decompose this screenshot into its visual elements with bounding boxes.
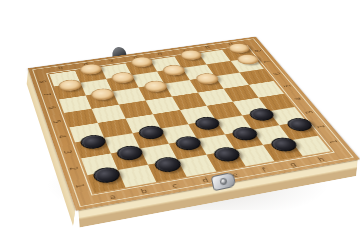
black-checker-e3[interactable] bbox=[192, 115, 222, 131]
square-b5[interactable] bbox=[92, 105, 126, 123]
square-g1[interactable] bbox=[263, 140, 303, 161]
rank-labels-left-6: 6 bbox=[36, 101, 67, 115]
black-checker-e1[interactable] bbox=[210, 145, 242, 163]
clasp-pin-icon bbox=[219, 177, 227, 185]
rank-labels-left-8: 8 bbox=[28, 75, 58, 88]
rank-labels-right-8: 8 bbox=[244, 45, 274, 56]
checkers-board: abcdefgh abcdefgh 87654321 87654321 bbox=[28, 37, 360, 211]
rank-labels-right-5: 5 bbox=[272, 80, 304, 93]
white-checker-d6[interactable] bbox=[141, 79, 169, 93]
rank-labels-right-6: 6 bbox=[262, 68, 293, 80]
white-checker-f6[interactable] bbox=[193, 72, 221, 85]
rank-labels-right-7: 7 bbox=[252, 56, 283, 68]
product-photo-scene: abcdefgh abcdefgh 87654321 87654321 bbox=[0, 0, 360, 230]
rank-labels-left-7: 7 bbox=[32, 88, 62, 101]
